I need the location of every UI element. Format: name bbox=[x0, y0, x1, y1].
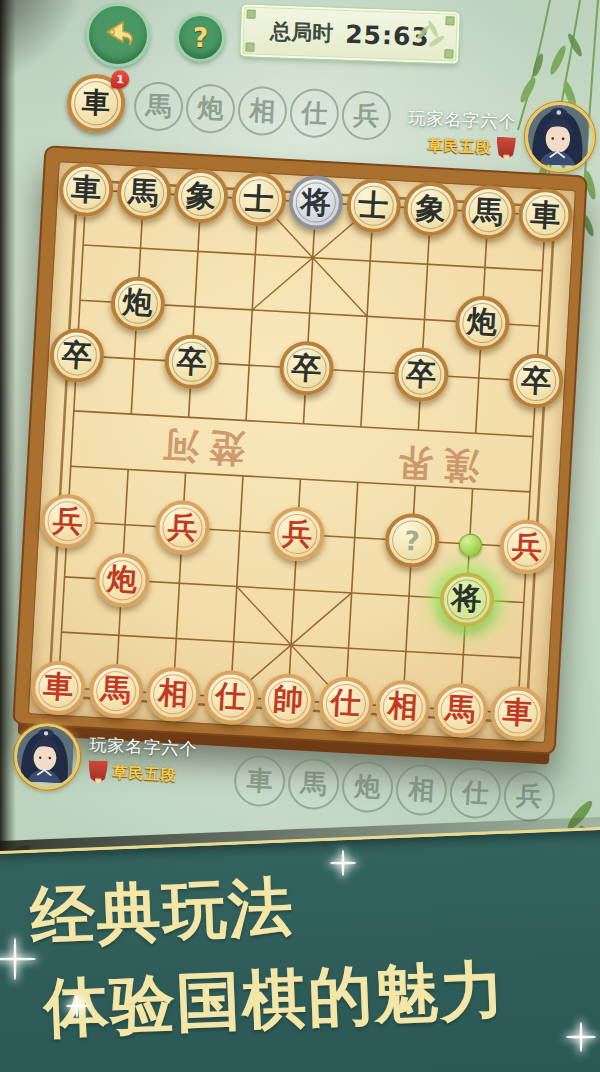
ghost-tray-bottom: 車馬炮相仕兵 bbox=[233, 754, 556, 823]
player-rank-top: 草民五段 bbox=[427, 136, 492, 157]
ghost-tray-piece: 馬 bbox=[287, 757, 341, 811]
promo-banner: 经典玩法 体验国棋的魅力 bbox=[0, 826, 600, 1072]
back-button[interactable] bbox=[86, 3, 150, 67]
ghost-tray-piece: 馬 bbox=[133, 80, 184, 131]
bamboo-decoration-icon bbox=[410, 18, 449, 55]
avatar-bottom[interactable] bbox=[13, 722, 82, 791]
rank-shield-badge: 草民 bbox=[496, 137, 516, 161]
player-info-top: 玩家名字六个 草民五段 草民 bbox=[407, 97, 596, 173]
ghost-tray-piece: 相 bbox=[395, 763, 449, 817]
captured-tray-top: 車 1 馬炮相仕兵 bbox=[66, 73, 392, 145]
xiangqi-board: 楚河漢界車馬象士将士象馬車炮炮卒卒卒卒卒兵兵兵?兵炮将車馬相仕帥仕相馬車 bbox=[12, 145, 588, 754]
game-screen: ? 总局时 25:63 車 1 馬炮相仕兵 玩家名字六个 草民五段 bbox=[0, 0, 600, 1072]
svg-text:漢界: 漢界 bbox=[386, 441, 481, 488]
ghost-tray-top: 馬炮相仕兵 bbox=[133, 80, 392, 140]
player-info-bottom: 玩家名字六个 草民 草民五段 bbox=[13, 722, 199, 796]
ghost-tray-piece: 仕 bbox=[289, 87, 340, 138]
board-grid: 楚河漢界 bbox=[29, 162, 575, 742]
captured-count-badge: 1 bbox=[111, 70, 130, 89]
back-arrow-icon bbox=[101, 20, 135, 50]
photo-corner-shadow bbox=[0, 0, 90, 90]
svg-text:楚河: 楚河 bbox=[152, 424, 247, 471]
ghost-tray-piece: 炮 bbox=[341, 760, 395, 814]
piece-将[interactable]: 将 bbox=[438, 571, 495, 628]
avatar-portrait-icon bbox=[16, 725, 74, 783]
timer-label: 总局时 bbox=[270, 17, 334, 47]
rank-shield-badge: 草民 bbox=[88, 760, 108, 784]
help-label: ? bbox=[193, 23, 208, 53]
timer-plaque: 总局时 25:63 bbox=[240, 4, 460, 64]
ghost-tray-piece: 兵 bbox=[341, 89, 392, 140]
player-name-bottom: 玩家名字六个 bbox=[89, 733, 198, 761]
player-rank-bottom: 草民五段 bbox=[112, 763, 177, 785]
ghost-tray-piece: 炮 bbox=[185, 83, 236, 134]
nail-decoration bbox=[246, 9, 255, 18]
ghost-tray-piece: 仕 bbox=[448, 766, 502, 820]
ghost-tray-piece: 相 bbox=[237, 85, 288, 136]
avatar-top[interactable] bbox=[524, 101, 596, 173]
captured-tray-bottom: 車馬炮相仕兵 bbox=[233, 754, 556, 823]
ghost-tray-piece: 車 bbox=[233, 754, 287, 808]
ghost-tray-piece: 兵 bbox=[502, 769, 556, 823]
photo-edge-shadow bbox=[0, 0, 16, 862]
board-surface[interactable]: 楚河漢界車馬象士将士象馬車炮炮卒卒卒卒卒兵兵兵?兵炮将車馬相仕帥仕相馬車 bbox=[28, 161, 576, 743]
player-name-top: 玩家名字六个 bbox=[408, 107, 517, 134]
help-button[interactable]: ? bbox=[176, 13, 225, 62]
nail-decoration bbox=[245, 42, 254, 51]
avatar-portrait-icon bbox=[527, 104, 589, 166]
